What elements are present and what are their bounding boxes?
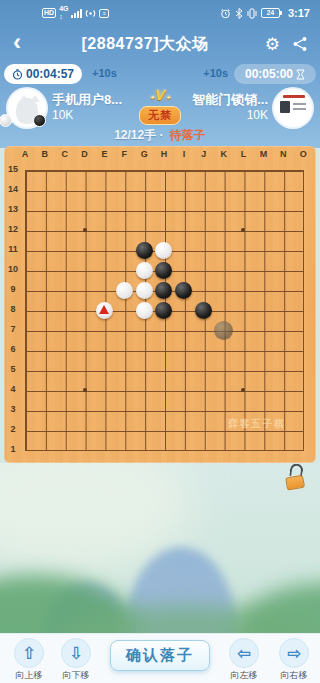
battery-icon: 24 — [261, 8, 282, 18]
star-point-L12 — [241, 228, 245, 232]
col-label-K: K — [214, 149, 234, 159]
bluetooth-icon — [235, 8, 243, 19]
sim-card-icon: ≡ — [99, 9, 109, 18]
star-point-L4 — [241, 388, 245, 392]
hotspot-icon — [85, 8, 96, 19]
col-label-G: G — [134, 149, 154, 159]
arrow-left-icon: ⇦ — [237, 643, 251, 664]
col-label-M: M — [253, 149, 273, 159]
left-player-clock: 00:04:57 — [4, 64, 82, 84]
right-time: 00:05:00 — [245, 67, 293, 81]
stone-black-J8 — [195, 302, 212, 319]
white-stone-badge — [0, 114, 12, 127]
col-label-O: O — [293, 149, 313, 159]
col-label-E: E — [94, 149, 114, 159]
move-right-button[interactable]: ⇨ 向右移 — [278, 638, 310, 682]
col-label-B: B — [35, 149, 55, 159]
left-increment: +10s — [92, 67, 117, 79]
stone-white-G10 — [136, 262, 153, 279]
move-right-label: 向右移 — [278, 669, 310, 682]
app-screen: HD 4G↕ ≡ 24 3:17 ‹ [2884737]大众场 ⚙ — [0, 0, 320, 683]
move-left-button[interactable]: ⇦ 向左移 — [228, 638, 260, 682]
settings-gear-icon[interactable]: ⚙ — [265, 34, 280, 55]
hourglass-icon — [296, 69, 305, 80]
status-bar: HD 4G↕ ≡ 24 3:17 — [0, 0, 320, 26]
vs-badge: ✦V✦ 无禁 — [139, 88, 181, 125]
turn-state: 待落子 — [170, 128, 206, 142]
top-blue-section: HD 4G↕ ≡ 24 3:17 ‹ [2884737]大众场 ⚙ — [0, 0, 320, 148]
avatar-image — [293, 103, 306, 105]
col-label-L: L — [234, 149, 254, 159]
move-counter: 12/12手 · — [114, 128, 163, 142]
stone-white-G9 — [136, 282, 153, 299]
clock-icon — [12, 69, 23, 80]
stone-black-H9 — [155, 282, 172, 299]
stone-black-G11 — [136, 242, 153, 259]
avatar-image — [283, 95, 305, 98]
avatar-image — [280, 101, 290, 113]
background-scenery — [0, 463, 320, 633]
col-label-C: C — [55, 149, 75, 159]
left-time: 00:04:57 — [26, 67, 74, 81]
unlock-icon[interactable] — [282, 468, 310, 496]
col-label-J: J — [194, 149, 214, 159]
confirm-move-button[interactable]: 确认落子 — [110, 640, 210, 671]
status-right-icons: 24 3:17 — [220, 7, 310, 19]
star-point-D4 — [83, 388, 87, 392]
col-label-D: D — [75, 149, 95, 159]
status-time: 3:17 — [288, 7, 310, 19]
signal-bars-icon — [71, 9, 82, 18]
move-up-button[interactable]: ⇧ 向上移 — [13, 638, 45, 682]
star-point-D12 — [83, 228, 87, 232]
timer-row: 00:04:57 +10s +10s 00:05:00 — [0, 62, 320, 88]
board-watermark: 弈客五子棋 — [228, 417, 286, 431]
left-player-name: 手机用户8... — [52, 91, 122, 109]
alarm-icon — [220, 8, 231, 19]
last-move-marker — [99, 305, 109, 314]
stone-white-E8 — [96, 302, 113, 319]
signal-4g-icon: 4G↕ — [59, 5, 68, 21]
left-player-rank: 10K — [52, 108, 73, 122]
right-player-rank: 10K — [247, 108, 268, 122]
right-player-clock: 00:05:00 — [234, 64, 316, 84]
board-grid[interactable] — [15, 160, 313, 460]
players-row: 手机用户8... 10K ✦V✦ 无禁 智能门锁销... 10K — [0, 88, 320, 126]
right-increment: +10s — [203, 67, 228, 79]
move-up-label: 向上移 — [13, 669, 45, 682]
col-label-H: H — [154, 149, 174, 159]
col-label-I: I — [174, 149, 194, 159]
hd-icon: HD — [42, 8, 56, 18]
arrow-right-icon: ⇨ — [287, 643, 301, 664]
battery-percent: 24 — [261, 8, 280, 18]
move-down-label: 向下移 — [60, 669, 92, 682]
col-label-N: N — [273, 149, 293, 159]
rule-badge: 无禁 — [139, 106, 181, 125]
nav-header: ‹ [2884737]大众场 ⚙ — [0, 26, 320, 62]
stone-black-H8 — [155, 302, 172, 319]
stone-black-H10 — [155, 262, 172, 279]
stone-white-F9 — [116, 282, 133, 299]
pending-stone-black-K7[interactable] — [214, 321, 233, 340]
back-button[interactable]: ‹ — [0, 26, 34, 62]
black-stone-badge — [33, 114, 46, 127]
avatar-image — [293, 108, 306, 110]
status-left-icons: HD 4G↕ ≡ — [42, 5, 109, 21]
stone-white-G8 — [136, 302, 153, 319]
stone-black-I9 — [175, 282, 192, 299]
arrow-down-icon: ⇩ — [69, 643, 83, 664]
lock-body — [285, 475, 305, 491]
col-label-F: F — [114, 149, 134, 159]
vibrate-icon — [247, 8, 257, 19]
room-title: [2884737]大众场 — [60, 34, 230, 55]
gomoku-board: ABCDEFGHIJKLMNO 151413121110987654321 弈客… — [4, 146, 316, 463]
arrow-up-icon: ⇧ — [22, 643, 36, 664]
control-bar: ⇧ 向上移 ⇩ 向下移 确认落子 ⇦ 向左移 ⇨ 向右移 — [0, 633, 320, 683]
move-left-label: 向左移 — [228, 669, 260, 682]
col-label-A: A — [15, 149, 35, 159]
share-icon[interactable] — [292, 36, 308, 52]
right-player-avatar[interactable] — [274, 89, 312, 127]
right-player-name: 智能门锁销... — [192, 91, 268, 109]
vs-badge-decoration: V — [155, 86, 165, 103]
move-down-button[interactable]: ⇩ 向下移 — [60, 638, 92, 682]
move-status: 12/12手 · 待落子 — [0, 127, 320, 144]
stone-white-H11 — [155, 242, 172, 259]
